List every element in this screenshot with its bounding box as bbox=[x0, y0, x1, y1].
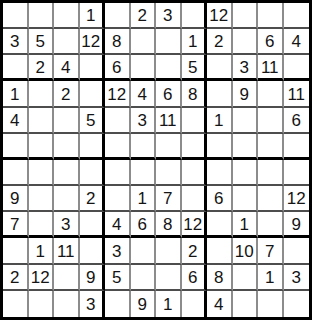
cell-r4c11[interactable] bbox=[258, 81, 284, 107]
cell-r12c2[interactable] bbox=[29, 291, 55, 317]
cell-r7c6[interactable] bbox=[131, 160, 157, 186]
cell-r3c4[interactable] bbox=[80, 55, 106, 81]
cell-r9c12[interactable]: 9 bbox=[284, 212, 310, 238]
cell-r12c10[interactable] bbox=[233, 291, 259, 317]
cell-r11c8[interactable]: 6 bbox=[182, 265, 208, 291]
cell-r4c6[interactable]: 4 bbox=[131, 81, 157, 107]
cell-r2c3[interactable] bbox=[54, 29, 80, 55]
cell-r9c9[interactable] bbox=[207, 212, 233, 238]
cell-r9c10[interactable]: 1 bbox=[233, 212, 259, 238]
cell-r7c9[interactable] bbox=[207, 160, 233, 186]
cell-r10c5[interactable]: 3 bbox=[105, 238, 131, 264]
cell-r5c2[interactable] bbox=[29, 108, 55, 134]
cell-r4c9[interactable] bbox=[207, 81, 233, 107]
cell-r1c11[interactable] bbox=[258, 3, 284, 29]
cell-r7c1[interactable] bbox=[3, 160, 29, 186]
cell-r1c4[interactable]: 1 bbox=[80, 3, 106, 29]
cell-r9c5[interactable]: 4 bbox=[105, 212, 131, 238]
cell-r4c7[interactable]: 6 bbox=[156, 81, 182, 107]
cell-r5c1[interactable]: 4 bbox=[3, 108, 29, 134]
cell-r4c4[interactable] bbox=[80, 81, 106, 107]
cell-r12c12[interactable] bbox=[284, 291, 310, 317]
cell-r8c6[interactable]: 1 bbox=[131, 186, 157, 212]
cell-r3c11[interactable]: 11 bbox=[258, 55, 284, 81]
cell-r5c12[interactable]: 6 bbox=[284, 108, 310, 134]
cell-r10c1[interactable] bbox=[3, 238, 29, 264]
cell-r6c11[interactable] bbox=[258, 134, 284, 160]
cell-r1c9[interactable]: 12 bbox=[207, 3, 233, 29]
cell-r4c1[interactable]: 1 bbox=[3, 81, 29, 107]
cell-r6c7[interactable] bbox=[156, 134, 182, 160]
cell-r3c1[interactable] bbox=[3, 55, 29, 81]
cell-r4c2[interactable] bbox=[29, 81, 55, 107]
cell-r9c1[interactable]: 7 bbox=[3, 212, 29, 238]
cell-r11c10[interactable] bbox=[233, 265, 259, 291]
cell-r11c4[interactable]: 9 bbox=[80, 265, 106, 291]
cell-r12c5[interactable] bbox=[105, 291, 131, 317]
cell-r9c8[interactable]: 12 bbox=[182, 212, 208, 238]
cell-r3c9[interactable] bbox=[207, 55, 233, 81]
cell-r6c1[interactable] bbox=[3, 134, 29, 160]
cell-r12c6[interactable]: 9 bbox=[131, 291, 157, 317]
cell-r7c8[interactable] bbox=[182, 160, 208, 186]
cell-r9c3[interactable]: 3 bbox=[54, 212, 80, 238]
cell-r12c4[interactable]: 3 bbox=[80, 291, 106, 317]
cell-r8c1[interactable]: 9 bbox=[3, 186, 29, 212]
cell-r12c9[interactable]: 4 bbox=[207, 291, 233, 317]
cell-r8c7[interactable]: 7 bbox=[156, 186, 182, 212]
cell-r9c6[interactable]: 6 bbox=[131, 212, 157, 238]
cell-r5c6[interactable]: 3 bbox=[131, 108, 157, 134]
cell-r1c5[interactable] bbox=[105, 3, 131, 29]
cell-r11c11[interactable]: 1 bbox=[258, 265, 284, 291]
cell-r1c1[interactable] bbox=[3, 3, 29, 29]
cell-r1c7[interactable]: 3 bbox=[156, 3, 182, 29]
cell-r10c2[interactable]: 1 bbox=[29, 238, 55, 264]
cell-r8c12[interactable]: 12 bbox=[284, 186, 310, 212]
cell-r6c9[interactable] bbox=[207, 134, 233, 160]
cell-r2c7[interactable] bbox=[156, 29, 182, 55]
cell-r10c3[interactable]: 11 bbox=[54, 238, 80, 264]
cell-r3c12[interactable] bbox=[284, 55, 310, 81]
cell-r6c6[interactable] bbox=[131, 134, 157, 160]
cell-r5c5[interactable] bbox=[105, 108, 131, 134]
cell-r9c11[interactable] bbox=[258, 212, 284, 238]
cell-r11c3[interactable] bbox=[54, 265, 80, 291]
cell-r5c4[interactable]: 5 bbox=[80, 108, 106, 134]
cell-r2c9[interactable]: 2 bbox=[207, 29, 233, 55]
cell-r6c8[interactable] bbox=[182, 134, 208, 160]
cell-r1c12[interactable] bbox=[284, 3, 310, 29]
cell-r2c10[interactable] bbox=[233, 29, 259, 55]
cell-r5c8[interactable] bbox=[182, 108, 208, 134]
cell-r5c9[interactable]: 1 bbox=[207, 108, 233, 134]
cell-r8c9[interactable]: 6 bbox=[207, 186, 233, 212]
cell-r1c10[interactable] bbox=[233, 3, 259, 29]
cell-r9c7[interactable]: 8 bbox=[156, 212, 182, 238]
cell-r8c11[interactable] bbox=[258, 186, 284, 212]
cell-r10c8[interactable]: 2 bbox=[182, 238, 208, 264]
cell-r7c3[interactable] bbox=[54, 160, 80, 186]
cell-r2c2[interactable]: 5 bbox=[29, 29, 55, 55]
cell-r10c12[interactable] bbox=[284, 238, 310, 264]
cell-r4c10[interactable]: 9 bbox=[233, 81, 259, 107]
cell-r2c11[interactable]: 6 bbox=[258, 29, 284, 55]
cell-r6c5[interactable] bbox=[105, 134, 131, 160]
cell-r2c5[interactable]: 8 bbox=[105, 29, 131, 55]
sudoku-board: 1231235128126424653111212468911453111692… bbox=[0, 0, 312, 320]
cell-r8c3[interactable] bbox=[54, 186, 80, 212]
cell-r10c7[interactable] bbox=[156, 238, 182, 264]
cell-r10c10[interactable]: 10 bbox=[233, 238, 259, 264]
cell-r11c9[interactable]: 8 bbox=[207, 265, 233, 291]
cell-r8c10[interactable] bbox=[233, 186, 259, 212]
cell-r7c2[interactable] bbox=[29, 160, 55, 186]
cell-r7c7[interactable] bbox=[156, 160, 182, 186]
cell-r1c6[interactable]: 2 bbox=[131, 3, 157, 29]
cell-r2c1[interactable]: 3 bbox=[3, 29, 29, 55]
cell-r1c3[interactable] bbox=[54, 3, 80, 29]
cell-r2c8[interactable]: 1 bbox=[182, 29, 208, 55]
cell-r6c2[interactable] bbox=[29, 134, 55, 160]
cell-r7c5[interactable] bbox=[105, 160, 131, 186]
cell-r4c3[interactable]: 2 bbox=[54, 81, 80, 107]
cell-r2c4[interactable]: 12 bbox=[80, 29, 106, 55]
cell-r7c12[interactable] bbox=[284, 160, 310, 186]
cell-r4c12[interactable]: 11 bbox=[284, 81, 310, 107]
cell-r7c10[interactable] bbox=[233, 160, 259, 186]
cell-r8c5[interactable] bbox=[105, 186, 131, 212]
cell-r11c6[interactable] bbox=[131, 265, 157, 291]
cell-r12c1[interactable] bbox=[3, 291, 29, 317]
cell-r7c11[interactable] bbox=[258, 160, 284, 186]
cell-r12c11[interactable] bbox=[258, 291, 284, 317]
cell-r1c8[interactable] bbox=[182, 3, 208, 29]
cell-r6c3[interactable] bbox=[54, 134, 80, 160]
cell-r10c9[interactable] bbox=[207, 238, 233, 264]
cell-r3c2[interactable]: 2 bbox=[29, 55, 55, 81]
cell-r12c8[interactable] bbox=[182, 291, 208, 317]
cell-r3c5[interactable]: 6 bbox=[105, 55, 131, 81]
cell-r4c8[interactable]: 8 bbox=[182, 81, 208, 107]
cell-r3c6[interactable] bbox=[131, 55, 157, 81]
cell-r7c4[interactable] bbox=[80, 160, 106, 186]
cell-r3c3[interactable]: 4 bbox=[54, 55, 80, 81]
cell-r12c3[interactable] bbox=[54, 291, 80, 317]
cell-r8c2[interactable] bbox=[29, 186, 55, 212]
cell-r11c5[interactable]: 5 bbox=[105, 265, 131, 291]
cell-r6c12[interactable] bbox=[284, 134, 310, 160]
cell-r3c10[interactable]: 3 bbox=[233, 55, 259, 81]
cell-r6c10[interactable] bbox=[233, 134, 259, 160]
cell-r11c2[interactable]: 12 bbox=[29, 265, 55, 291]
cell-r10c6[interactable] bbox=[131, 238, 157, 264]
cell-r5c11[interactable] bbox=[258, 108, 284, 134]
cell-r5c10[interactable] bbox=[233, 108, 259, 134]
cell-r10c4[interactable] bbox=[80, 238, 106, 264]
cell-r8c4[interactable]: 2 bbox=[80, 186, 106, 212]
cell-r1c2[interactable] bbox=[29, 3, 55, 29]
cell-r9c2[interactable] bbox=[29, 212, 55, 238]
cell-r6c4[interactable] bbox=[80, 134, 106, 160]
cell-r3c7[interactable] bbox=[156, 55, 182, 81]
cell-r10c11[interactable]: 7 bbox=[258, 238, 284, 264]
cell-r5c7[interactable]: 11 bbox=[156, 108, 182, 134]
cell-r8c8[interactable] bbox=[182, 186, 208, 212]
cell-r12c7[interactable]: 1 bbox=[156, 291, 182, 317]
cell-r11c12[interactable]: 3 bbox=[284, 265, 310, 291]
cell-r2c6[interactable] bbox=[131, 29, 157, 55]
cell-r9c4[interactable] bbox=[80, 212, 106, 238]
cell-r3c8[interactable]: 5 bbox=[182, 55, 208, 81]
cell-r11c1[interactable]: 2 bbox=[3, 265, 29, 291]
cell-r5c3[interactable] bbox=[54, 108, 80, 134]
cell-r4c5[interactable]: 12 bbox=[105, 81, 131, 107]
cell-r2c12[interactable]: 4 bbox=[284, 29, 310, 55]
cell-r11c7[interactable] bbox=[156, 265, 182, 291]
